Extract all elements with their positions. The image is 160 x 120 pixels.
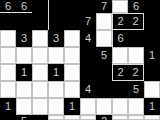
black-cell-r2c3 bbox=[32, 13, 48, 30]
clue-cell-r5c9: 2 bbox=[128, 64, 144, 81]
black-cell-r5c10 bbox=[144, 64, 160, 81]
clue-cell-r8c2: 5 bbox=[16, 115, 32, 120]
clue-cell-r4c7: 5 bbox=[96, 47, 112, 64]
empty-cell-r7c2[interactable] bbox=[16, 98, 32, 115]
empty-cell-r7c9[interactable] bbox=[128, 98, 144, 115]
empty-cell-r6c1[interactable] bbox=[0, 81, 16, 98]
empty-cell-r8c9[interactable] bbox=[128, 115, 144, 120]
clue-cell-r4c10: 1 bbox=[144, 47, 160, 64]
empty-cell-r8c10[interactable] bbox=[144, 115, 160, 120]
black-cell-r2c4 bbox=[48, 13, 64, 30]
clue-cell-r7c10: 1 bbox=[144, 98, 160, 115]
clue-cell-r2c6: 7 bbox=[80, 13, 96, 30]
empty-cell-r6c10[interactable] bbox=[144, 81, 160, 98]
empty-cell-r7c6[interactable] bbox=[80, 98, 96, 115]
empty-cell-r4c8[interactable] bbox=[112, 47, 128, 64]
empty-cell-r4c5[interactable] bbox=[64, 47, 80, 64]
empty-cell-r7c8[interactable] bbox=[112, 98, 128, 115]
black-cell-r3c10 bbox=[144, 30, 160, 47]
clue-cell-r6c9: 5 bbox=[128, 81, 144, 98]
empty-cell-r1c8[interactable] bbox=[112, 0, 128, 13]
clue-cell-r5c4: 1 bbox=[48, 64, 64, 81]
empty-cell-r3c3[interactable] bbox=[32, 30, 48, 47]
black-cell-r1c3 bbox=[32, 0, 48, 13]
empty-cell-r3c1[interactable] bbox=[0, 30, 16, 47]
black-cell-r8c1 bbox=[0, 115, 16, 120]
black-cell-r1c5 bbox=[64, 0, 80, 13]
clue-cell-r1c9: 6 bbox=[128, 0, 144, 13]
clue-cell-r2c9: 2 bbox=[128, 13, 144, 30]
empty-cell-r6c2[interactable] bbox=[16, 81, 32, 98]
clue-cell-r3c8: 6 bbox=[112, 30, 128, 47]
clue-cell-r3c6: 4 bbox=[80, 30, 96, 47]
clue-cell-r3c2: 3 bbox=[16, 30, 32, 47]
empty-cell-r8c6[interactable] bbox=[80, 115, 96, 120]
black-cell-r1c10 bbox=[144, 0, 160, 13]
empty-cell-r3c5[interactable] bbox=[64, 30, 80, 47]
clue-cell-r2c8: 2 bbox=[112, 13, 128, 30]
empty-cell-r8c4[interactable] bbox=[48, 115, 64, 120]
empty-cell-r3c7[interactable] bbox=[96, 30, 112, 47]
clue-cell-r8c7: 2 bbox=[96, 115, 112, 120]
empty-cell-r7c4[interactable] bbox=[48, 98, 64, 115]
black-cell-r6c7 bbox=[96, 81, 112, 98]
clue-cell-r1c1: 6 bbox=[0, 0, 16, 13]
clue-cell-r7c5: 1 bbox=[64, 98, 80, 115]
empty-cell-r7c7[interactable] bbox=[96, 98, 112, 115]
black-cell-r1c4 bbox=[48, 0, 64, 13]
black-cell-r6c8 bbox=[112, 81, 128, 98]
empty-cell-r5c5[interactable] bbox=[64, 64, 80, 81]
clue-cell-r6c6: 4 bbox=[80, 81, 96, 98]
empty-cell-r8c8[interactable] bbox=[112, 115, 128, 120]
black-cell-r5c7 bbox=[96, 64, 112, 81]
empty-cell-r5c1[interactable] bbox=[0, 64, 16, 81]
black-cell-r2c5 bbox=[64, 13, 80, 30]
black-cell-r2c10 bbox=[144, 13, 160, 30]
empty-cell-r4c1[interactable] bbox=[0, 47, 16, 64]
clue-cell-r3c4: 3 bbox=[48, 30, 64, 47]
black-cell-r2c1 bbox=[0, 13, 16, 30]
clue-cell-r7c1: 1 bbox=[0, 98, 16, 115]
empty-cell-r4c4[interactable] bbox=[48, 47, 64, 64]
empty-cell-r2c7[interactable] bbox=[96, 13, 112, 30]
black-cell-r1c6 bbox=[80, 0, 96, 13]
clue-cell-r1c2: 6 bbox=[16, 0, 32, 13]
empty-cell-r6c5[interactable] bbox=[64, 81, 80, 98]
black-cell-r4c6 bbox=[80, 47, 96, 64]
black-cell-r3c9 bbox=[128, 30, 144, 47]
clue-cell-r1c7: 7 bbox=[96, 0, 112, 13]
puzzle-board: 667672233465111224511152 bbox=[0, 0, 160, 120]
black-cell-r5c6 bbox=[80, 64, 96, 81]
clue-cell-r5c8: 2 bbox=[112, 64, 128, 81]
empty-cell-r8c5[interactable] bbox=[64, 115, 80, 120]
empty-cell-r6c4[interactable] bbox=[48, 81, 64, 98]
empty-cell-r7c3[interactable] bbox=[32, 98, 48, 115]
empty-cell-r4c3[interactable] bbox=[32, 47, 48, 64]
clue-cell-r5c2: 1 bbox=[16, 64, 32, 81]
black-cell-r2c2 bbox=[16, 13, 32, 30]
empty-cell-r5c3[interactable] bbox=[32, 64, 48, 81]
empty-cell-r4c2[interactable] bbox=[16, 47, 32, 64]
black-cell-r8c3 bbox=[32, 115, 48, 120]
empty-cell-r6c3[interactable] bbox=[32, 81, 48, 98]
empty-cell-r4c9[interactable] bbox=[128, 47, 144, 64]
